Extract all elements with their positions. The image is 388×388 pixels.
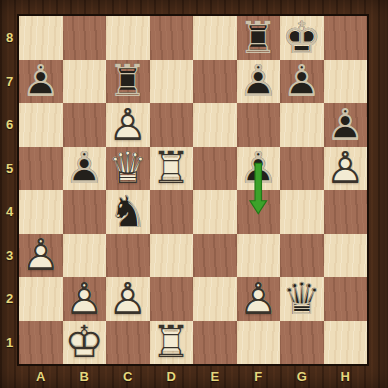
square-b5[interactable]: ♟♙: [63, 147, 107, 191]
black-pawn[interactable]: ♟♙: [324, 103, 368, 147]
square-a5[interactable]: [19, 147, 63, 191]
black-king[interactable]: ♚♔: [280, 16, 324, 60]
square-c8[interactable]: [106, 16, 150, 60]
white-queen[interactable]: ♛♕: [106, 147, 150, 191]
square-b1[interactable]: ♚♔: [63, 321, 107, 365]
square-g1[interactable]: [280, 321, 324, 365]
square-e5[interactable]: [193, 147, 237, 191]
square-e4[interactable]: [193, 190, 237, 234]
square-a4[interactable]: [19, 190, 63, 234]
square-b8[interactable]: [63, 16, 107, 60]
square-h5[interactable]: ♟♙: [324, 147, 368, 191]
square-d5[interactable]: ♜♖: [150, 147, 194, 191]
file-labels: ABCDEFGH: [19, 364, 367, 388]
square-h8[interactable]: [324, 16, 368, 60]
square-b2[interactable]: ♟♙: [63, 277, 107, 321]
square-e6[interactable]: [193, 103, 237, 147]
file-label-d: D: [150, 364, 194, 388]
square-h6[interactable]: ♟♙: [324, 103, 368, 147]
square-g2[interactable]: ♛♕: [280, 277, 324, 321]
rank-label-3: 3: [0, 234, 19, 278]
white-pawn[interactable]: ♟♙: [106, 277, 150, 321]
chess-board-frame: ♜♖♚♔♟♙♜♖♟♙♟♙♟♙♟♙♟♙♛♕♜♖♟♙♟♙♞♘♟♙♟♙♟♙♟♙♛♕♚♔…: [0, 0, 388, 388]
rank-label-6: 6: [0, 103, 19, 147]
square-e7[interactable]: [193, 60, 237, 104]
file-label-g: G: [280, 364, 324, 388]
white-pawn[interactable]: ♟♙: [19, 234, 63, 278]
white-king[interactable]: ♚♔: [63, 321, 107, 365]
square-a6[interactable]: [19, 103, 63, 147]
black-pawn[interactable]: ♟♙: [280, 60, 324, 104]
rank-label-5: 5: [0, 147, 19, 191]
rank-label-8: 8: [0, 16, 19, 60]
square-g6[interactable]: [280, 103, 324, 147]
square-f2[interactable]: ♟♙: [237, 277, 281, 321]
square-d1[interactable]: ♜♖: [150, 321, 194, 365]
square-g5[interactable]: [280, 147, 324, 191]
white-rook[interactable]: ♜♖: [150, 147, 194, 191]
square-f4[interactable]: [237, 190, 281, 234]
rank-label-2: 2: [0, 277, 19, 321]
white-pawn[interactable]: ♟♙: [324, 147, 368, 191]
black-pawn[interactable]: ♟♙: [63, 147, 107, 191]
white-pawn[interactable]: ♟♙: [63, 277, 107, 321]
square-c2[interactable]: ♟♙: [106, 277, 150, 321]
square-a8[interactable]: [19, 16, 63, 60]
square-g7[interactable]: ♟♙: [280, 60, 324, 104]
rank-label-4: 4: [0, 190, 19, 234]
black-pawn[interactable]: ♟♙: [237, 147, 281, 191]
square-c7[interactable]: ♜♖: [106, 60, 150, 104]
square-b7[interactable]: [63, 60, 107, 104]
square-h3[interactable]: [324, 234, 368, 278]
square-d6[interactable]: [150, 103, 194, 147]
file-label-e: E: [193, 364, 237, 388]
square-b3[interactable]: [63, 234, 107, 278]
square-f7[interactable]: ♟♙: [237, 60, 281, 104]
square-d2[interactable]: [150, 277, 194, 321]
square-a7[interactable]: ♟♙: [19, 60, 63, 104]
square-g4[interactable]: [280, 190, 324, 234]
black-knight[interactable]: ♞♘: [106, 190, 150, 234]
black-rook[interactable]: ♜♖: [106, 60, 150, 104]
square-c6[interactable]: ♟♙: [106, 103, 150, 147]
square-h1[interactable]: [324, 321, 368, 365]
white-rook[interactable]: ♜♖: [150, 321, 194, 365]
rank-labels: 87654321: [0, 16, 19, 364]
square-c5[interactable]: ♛♕: [106, 147, 150, 191]
file-label-a: A: [19, 364, 63, 388]
black-pawn[interactable]: ♟♙: [19, 60, 63, 104]
black-rook[interactable]: ♜♖: [237, 16, 281, 60]
square-e3[interactable]: [193, 234, 237, 278]
file-label-f: F: [237, 364, 281, 388]
rank-label-1: 1: [0, 321, 19, 365]
square-f5[interactable]: ♟♙: [237, 147, 281, 191]
square-c1[interactable]: [106, 321, 150, 365]
square-a2[interactable]: [19, 277, 63, 321]
square-d4[interactable]: [150, 190, 194, 234]
square-f8[interactable]: ♜♖: [237, 16, 281, 60]
square-a1[interactable]: [19, 321, 63, 365]
square-c3[interactable]: [106, 234, 150, 278]
square-g3[interactable]: [280, 234, 324, 278]
square-h7[interactable]: [324, 60, 368, 104]
square-d7[interactable]: [150, 60, 194, 104]
white-pawn[interactable]: ♟♙: [106, 103, 150, 147]
square-a3[interactable]: ♟♙: [19, 234, 63, 278]
square-d3[interactable]: [150, 234, 194, 278]
square-h4[interactable]: [324, 190, 368, 234]
square-f1[interactable]: [237, 321, 281, 365]
square-f3[interactable]: [237, 234, 281, 278]
black-pawn[interactable]: ♟♙: [237, 60, 281, 104]
square-e2[interactable]: [193, 277, 237, 321]
square-d8[interactable]: [150, 16, 194, 60]
file-label-c: C: [106, 364, 150, 388]
square-e1[interactable]: [193, 321, 237, 365]
rank-label-7: 7: [0, 60, 19, 104]
square-b6[interactable]: [63, 103, 107, 147]
file-label-h: H: [324, 364, 368, 388]
square-f6[interactable]: [237, 103, 281, 147]
file-label-b: B: [63, 364, 107, 388]
square-g8[interactable]: ♚♔: [280, 16, 324, 60]
square-e8[interactable]: [193, 16, 237, 60]
white-pawn[interactable]: ♟♙: [237, 277, 281, 321]
square-c4[interactable]: ♞♘: [106, 190, 150, 234]
chess-board: ♜♖♚♔♟♙♜♖♟♙♟♙♟♙♟♙♟♙♛♕♜♖♟♙♟♙♞♘♟♙♟♙♟♙♟♙♛♕♚♔…: [19, 16, 367, 364]
square-h2[interactable]: [324, 277, 368, 321]
black-queen[interactable]: ♛♕: [280, 277, 324, 321]
square-b4[interactable]: [63, 190, 107, 234]
